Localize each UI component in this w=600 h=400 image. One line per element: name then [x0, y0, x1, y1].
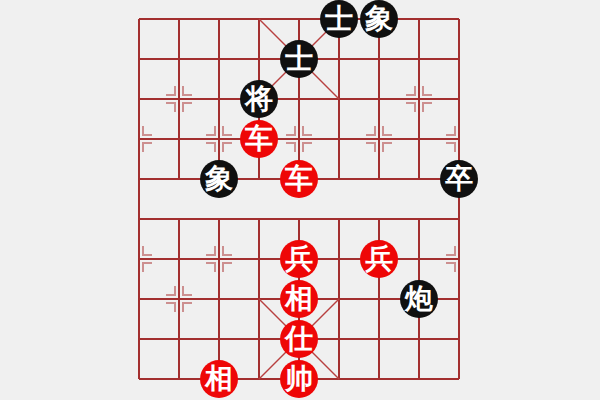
piece-black-advisor[interactable]: 士: [280, 40, 318, 78]
piece-red-king[interactable]: 帅: [280, 360, 318, 398]
piece-grid[interactable]: 士象士将车象车卒兵兵相炮仕相帅: [119, 0, 479, 399]
piece-red-advisor[interactable]: 仕: [280, 320, 318, 358]
xiangqi-board: 士象士将车象车卒兵兵相炮仕相帅: [0, 0, 600, 400]
piece-black-elephant[interactable]: 象: [200, 160, 238, 198]
piece-black-elephant[interactable]: 象: [360, 0, 398, 38]
piece-black-cannon[interactable]: 炮: [400, 280, 438, 318]
piece-black-king[interactable]: 将: [240, 80, 278, 118]
piece-red-elephant[interactable]: 相: [200, 360, 238, 398]
piece-black-pawn[interactable]: 卒: [440, 160, 478, 198]
piece-black-advisor[interactable]: 士: [320, 0, 358, 38]
piece-red-rook[interactable]: 车: [240, 120, 278, 158]
piece-red-pawn[interactable]: 兵: [280, 240, 318, 278]
piece-red-pawn[interactable]: 兵: [360, 240, 398, 278]
piece-red-elephant[interactable]: 相: [280, 280, 318, 318]
piece-red-rook[interactable]: 车: [280, 160, 318, 198]
